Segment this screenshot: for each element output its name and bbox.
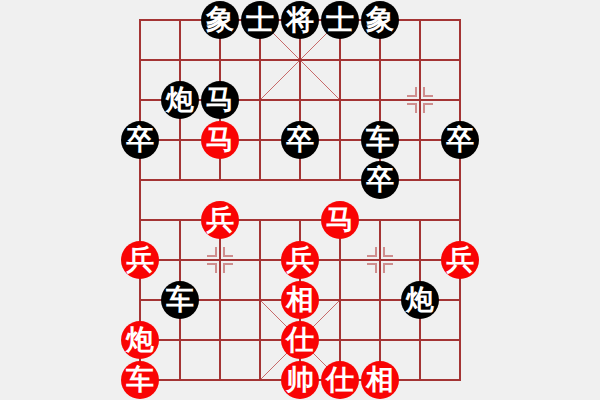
piece-red-马[interactable]: 马 bbox=[201, 121, 239, 159]
marker-corner bbox=[423, 103, 433, 113]
piece-black-炮[interactable]: 炮 bbox=[161, 81, 199, 119]
marker-corner bbox=[367, 247, 377, 257]
xiangqi-board[interactable]: 象士将士象炮马卒马卒车卒卒兵马兵兵兵车相炮炮仕车帅仕相 bbox=[0, 0, 600, 400]
piece-red-兵[interactable]: 兵 bbox=[441, 241, 479, 279]
marker-corner bbox=[367, 263, 377, 273]
piece-black-象[interactable]: 象 bbox=[201, 1, 239, 39]
marker-corner bbox=[383, 263, 393, 273]
piece-red-相[interactable]: 相 bbox=[361, 361, 399, 399]
grid-line bbox=[259, 219, 261, 381]
grid-line bbox=[339, 219, 341, 381]
piece-red-马[interactable]: 马 bbox=[321, 201, 359, 239]
grid-line bbox=[219, 219, 221, 381]
piece-red-仕[interactable]: 仕 bbox=[321, 361, 359, 399]
marker-corner bbox=[407, 103, 417, 113]
piece-black-象[interactable]: 象 bbox=[361, 1, 399, 39]
piece-black-车[interactable]: 车 bbox=[161, 281, 199, 319]
piece-red-相[interactable]: 相 bbox=[281, 281, 319, 319]
piece-red-兵[interactable]: 兵 bbox=[121, 241, 159, 279]
piece-black-士[interactable]: 士 bbox=[321, 1, 359, 39]
piece-red-仕[interactable]: 仕 bbox=[281, 321, 319, 359]
piece-black-卒[interactable]: 卒 bbox=[281, 121, 319, 159]
marker-corner bbox=[207, 247, 217, 257]
marker-corner bbox=[223, 263, 233, 273]
piece-black-卒[interactable]: 卒 bbox=[441, 121, 479, 159]
grid-line bbox=[339, 19, 341, 181]
piece-red-炮[interactable]: 炮 bbox=[121, 321, 159, 359]
piece-black-卒[interactable]: 卒 bbox=[121, 121, 159, 159]
piece-black-炮[interactable]: 炮 bbox=[401, 281, 439, 319]
marker-corner bbox=[223, 247, 233, 257]
marker-corner bbox=[383, 247, 393, 257]
marker-corner bbox=[423, 87, 433, 97]
piece-black-将[interactable]: 将 bbox=[281, 1, 319, 39]
piece-red-帅[interactable]: 帅 bbox=[281, 361, 319, 399]
piece-red-兵[interactable]: 兵 bbox=[201, 201, 239, 239]
grid-line bbox=[259, 19, 261, 181]
piece-black-卒[interactable]: 卒 bbox=[361, 161, 399, 199]
piece-red-车[interactable]: 车 bbox=[121, 361, 159, 399]
piece-red-兵[interactable]: 兵 bbox=[281, 241, 319, 279]
piece-black-车[interactable]: 车 bbox=[361, 121, 399, 159]
marker-corner bbox=[407, 87, 417, 97]
grid-line bbox=[419, 19, 421, 181]
grid-line bbox=[459, 19, 461, 381]
screenshot-background: 象士将士象炮马卒马卒车卒卒兵马兵兵兵车相炮炮仕车帅仕相 bbox=[0, 0, 600, 400]
marker-corner bbox=[207, 263, 217, 273]
piece-black-马[interactable]: 马 bbox=[201, 81, 239, 119]
piece-black-士[interactable]: 士 bbox=[241, 1, 279, 39]
grid-line bbox=[379, 219, 381, 381]
